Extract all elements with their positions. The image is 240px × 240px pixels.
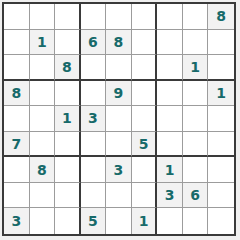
cell-r8c5[interactable] <box>106 183 132 209</box>
cell-r2c8[interactable] <box>183 30 209 56</box>
cell-r6c1[interactable]: 7 <box>4 132 30 158</box>
cell-r9c2[interactable] <box>30 208 56 234</box>
cell-r6c4[interactable] <box>81 132 107 158</box>
cell-r6c5[interactable] <box>106 132 132 158</box>
cell-r7c3[interactable] <box>55 157 81 183</box>
cell-r9c1[interactable]: 3 <box>4 208 30 234</box>
cell-r5c2[interactable] <box>30 106 56 132</box>
cell-r7c6[interactable] <box>132 157 158 183</box>
cell-r7c7[interactable]: 1 <box>157 157 183 183</box>
cell-r5c3[interactable]: 1 <box>55 106 81 132</box>
cell-r1c9[interactable]: 8 <box>208 4 234 30</box>
cell-r4c7[interactable] <box>157 81 183 107</box>
cell-r3c3[interactable]: 8 <box>55 55 81 81</box>
cell-r1c2[interactable] <box>30 4 56 30</box>
cell-r7c8[interactable] <box>183 157 209 183</box>
cell-r6c7[interactable] <box>157 132 183 158</box>
cell-r9c5[interactable] <box>106 208 132 234</box>
cell-r3c9[interactable] <box>208 55 234 81</box>
cell-r7c2[interactable]: 8 <box>30 157 56 183</box>
cell-r3c7[interactable] <box>157 55 183 81</box>
cell-r7c9[interactable] <box>208 157 234 183</box>
cell-r1c6[interactable] <box>132 4 158 30</box>
cell-r4c4[interactable] <box>81 81 107 107</box>
cell-r1c8[interactable] <box>183 4 209 30</box>
cell-r2c9[interactable] <box>208 30 234 56</box>
cell-r6c8[interactable] <box>183 132 209 158</box>
cell-r3c2[interactable] <box>30 55 56 81</box>
cell-r3c4[interactable] <box>81 55 107 81</box>
cell-r5c5[interactable] <box>106 106 132 132</box>
cell-r3c6[interactable] <box>132 55 158 81</box>
cell-r9c6[interactable]: 1 <box>132 208 158 234</box>
cell-r9c7[interactable] <box>157 208 183 234</box>
cell-r2c4[interactable]: 6 <box>81 30 107 56</box>
cell-r4c3[interactable] <box>55 81 81 107</box>
cell-r1c5[interactable] <box>106 4 132 30</box>
cell-r5c8[interactable] <box>183 106 209 132</box>
cell-r5c4[interactable]: 3 <box>81 106 107 132</box>
cell-r3c8[interactable]: 1 <box>183 55 209 81</box>
cell-r2c3[interactable] <box>55 30 81 56</box>
cell-r6c3[interactable] <box>55 132 81 158</box>
cell-r5c7[interactable] <box>157 106 183 132</box>
cell-r1c1[interactable] <box>4 4 30 30</box>
cell-r4c1[interactable]: 8 <box>4 81 30 107</box>
cell-r4c8[interactable] <box>183 81 209 107</box>
cell-r8c8[interactable]: 6 <box>183 183 209 209</box>
cell-r8c3[interactable] <box>55 183 81 209</box>
cell-r3c1[interactable] <box>4 55 30 81</box>
cell-r1c7[interactable] <box>157 4 183 30</box>
cell-r4c6[interactable] <box>132 81 158 107</box>
cell-r5c6[interactable] <box>132 106 158 132</box>
cell-r2c2[interactable]: 1 <box>30 30 56 56</box>
cell-r9c9[interactable] <box>208 208 234 234</box>
cell-r2c7[interactable] <box>157 30 183 56</box>
cell-r2c5[interactable]: 8 <box>106 30 132 56</box>
cell-r8c7[interactable]: 3 <box>157 183 183 209</box>
cell-r3c5[interactable] <box>106 55 132 81</box>
cell-r9c8[interactable] <box>183 208 209 234</box>
cell-r2c6[interactable] <box>132 30 158 56</box>
cell-r9c4[interactable]: 5 <box>81 208 107 234</box>
cell-r2c1[interactable] <box>4 30 30 56</box>
cell-r4c5[interactable]: 9 <box>106 81 132 107</box>
cell-r6c2[interactable] <box>30 132 56 158</box>
cell-r7c4[interactable] <box>81 157 107 183</box>
cell-r4c9[interactable]: 1 <box>208 81 234 107</box>
cell-r8c4[interactable] <box>81 183 107 209</box>
cell-r6c6[interactable]: 5 <box>132 132 158 158</box>
cell-r7c1[interactable] <box>4 157 30 183</box>
cell-r7c5[interactable]: 3 <box>106 157 132 183</box>
cell-r6c9[interactable] <box>208 132 234 158</box>
cell-r5c9[interactable] <box>208 106 234 132</box>
cell-r8c6[interactable] <box>132 183 158 209</box>
cell-r8c9[interactable] <box>208 183 234 209</box>
cell-r1c4[interactable] <box>81 4 107 30</box>
cell-r8c1[interactable] <box>4 183 30 209</box>
cell-r4c2[interactable] <box>30 81 56 107</box>
sudoku-board: 816881891137583136351 <box>2 2 236 236</box>
cell-r5c1[interactable] <box>4 106 30 132</box>
cell-r8c2[interactable] <box>30 183 56 209</box>
cell-r9c3[interactable] <box>55 208 81 234</box>
sudoku-board-wrap: 816881891137583136351 <box>2 2 236 236</box>
cell-r1c3[interactable] <box>55 4 81 30</box>
